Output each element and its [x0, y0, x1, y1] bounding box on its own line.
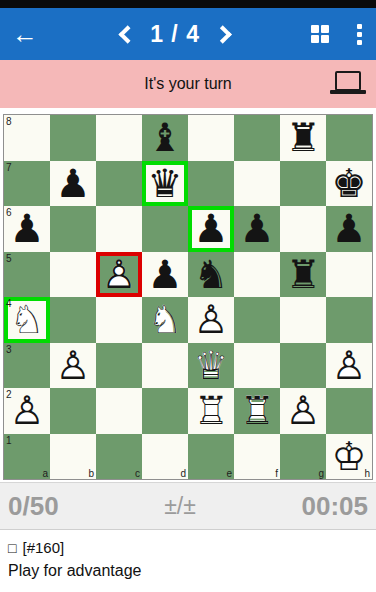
- file-label-b: b: [88, 468, 94, 479]
- computer-opponent-icon: [330, 71, 366, 97]
- square-c2[interactable]: [96, 388, 142, 434]
- black-pawn: ♟: [188, 206, 234, 252]
- square-h4[interactable]: [326, 297, 372, 343]
- grid-view-icon[interactable]: [311, 25, 329, 43]
- file-label-a: a: [42, 468, 48, 479]
- chess-board: 8♝♜7♟♛♚6♟♟♟♟5♟♙♟♞♜4♞♘♞♘♟♙3♟♙♛♕♟♙2♟♙♜♖♜♖♟…: [3, 114, 373, 480]
- square-c6[interactable]: [96, 206, 142, 252]
- black-queen: ♛: [142, 161, 188, 207]
- back-button[interactable]: ←: [12, 21, 52, 47]
- task-id-line: □ [#160]: [8, 539, 368, 556]
- white-pawn: ♟♙: [96, 252, 142, 298]
- square-b4[interactable]: [50, 297, 96, 343]
- square-e4[interactable]: ♟♙: [188, 297, 234, 343]
- app-bar-actions: [311, 22, 364, 47]
- square-a4[interactable]: 4♞♘: [4, 297, 50, 343]
- square-h6[interactable]: ♟: [326, 206, 372, 252]
- white-queen: ♛♕: [188, 343, 234, 389]
- square-a3[interactable]: 3: [4, 343, 50, 389]
- rank-label-6: 6: [6, 207, 12, 218]
- square-h3[interactable]: ♟♙: [326, 343, 372, 389]
- task-info: □ [#160] Play for advantage: [0, 530, 376, 580]
- file-label-d: d: [180, 468, 186, 479]
- square-g1[interactable]: g: [280, 434, 326, 480]
- square-e8[interactable]: [188, 115, 234, 161]
- rank-label-4: 4: [6, 298, 12, 309]
- previous-puzzle-icon[interactable]: [118, 25, 136, 43]
- square-d5[interactable]: ♟: [142, 252, 188, 298]
- rank-label-7: 7: [6, 162, 12, 173]
- turn-banner: It's your turn: [0, 60, 376, 108]
- square-e6[interactable]: ♟: [188, 206, 234, 252]
- puzzle-pager: 1 / 4: [121, 8, 229, 60]
- black-rook: ♜: [280, 115, 326, 161]
- task-description: Play for advantage: [8, 562, 368, 580]
- app-screen: ← 1 / 4 It's your turn 8♝♜7♟♛♚6♟♟♟♟5♟♙♟♞…: [0, 0, 376, 592]
- white-rook: ♜♖: [234, 388, 280, 434]
- square-g2[interactable]: ♟♙: [280, 388, 326, 434]
- board-area: 8♝♜7♟♛♚6♟♟♟♟5♟♙♟♞♜4♞♘♞♘♟♙3♟♙♛♕♟♙2♟♙♜♖♜♖♟…: [0, 108, 376, 482]
- square-a1[interactable]: 1a: [4, 434, 50, 480]
- square-a8[interactable]: 8: [4, 115, 50, 161]
- overflow-menu-icon[interactable]: [355, 22, 364, 47]
- square-h2[interactable]: [326, 388, 372, 434]
- black-knight: ♞: [188, 252, 234, 298]
- square-f3[interactable]: [234, 343, 280, 389]
- square-d8[interactable]: ♝: [142, 115, 188, 161]
- square-g5[interactable]: ♜: [280, 252, 326, 298]
- rank-label-3: 3: [6, 344, 12, 355]
- square-c5[interactable]: ♟♙: [96, 252, 142, 298]
- square-c7[interactable]: [96, 161, 142, 207]
- square-b7[interactable]: ♟: [50, 161, 96, 207]
- square-f2[interactable]: ♜♖: [234, 388, 280, 434]
- black-king: ♚: [326, 161, 372, 207]
- square-a2[interactable]: 2♟♙: [4, 388, 50, 434]
- square-h8[interactable]: [326, 115, 372, 161]
- square-g8[interactable]: ♜: [280, 115, 326, 161]
- square-d2[interactable]: [142, 388, 188, 434]
- evaluation-label: ±/±: [164, 493, 196, 520]
- black-pawn: ♟: [326, 206, 372, 252]
- turn-banner-text: It's your turn: [144, 75, 232, 93]
- rank-label-8: 8: [6, 116, 12, 127]
- file-label-f: f: [275, 468, 278, 479]
- square-h5[interactable]: [326, 252, 372, 298]
- task-id: [#160]: [22, 539, 64, 556]
- black-bishop: ♝: [142, 115, 188, 161]
- rank-label-1: 1: [6, 435, 12, 446]
- square-b1[interactable]: b: [50, 434, 96, 480]
- file-label-e: e: [226, 468, 232, 479]
- square-h1[interactable]: h♚♔: [326, 434, 372, 480]
- square-e1[interactable]: e: [188, 434, 234, 480]
- phone-status-bar: [0, 0, 376, 8]
- file-label-g: g: [318, 468, 324, 479]
- square-b6[interactable]: [50, 206, 96, 252]
- square-d6[interactable]: [142, 206, 188, 252]
- white-pawn: ♟♙: [326, 343, 372, 389]
- stats-bar: 0/50 ±/± 00:05: [0, 482, 376, 530]
- black-rook: ♜: [280, 252, 326, 298]
- square-d3[interactable]: [142, 343, 188, 389]
- result-checkbox-icon: □: [8, 541, 16, 555]
- square-b8[interactable]: [50, 115, 96, 161]
- page-indicator: 1 / 4: [150, 21, 200, 48]
- file-label-h: h: [364, 468, 370, 479]
- square-e5[interactable]: ♞: [188, 252, 234, 298]
- square-e2[interactable]: ♜♖: [188, 388, 234, 434]
- square-h7[interactable]: ♚: [326, 161, 372, 207]
- white-pawn: ♟♙: [280, 388, 326, 434]
- square-g7[interactable]: [280, 161, 326, 207]
- square-g6[interactable]: [280, 206, 326, 252]
- square-b3[interactable]: ♟♙: [50, 343, 96, 389]
- square-g3[interactable]: [280, 343, 326, 389]
- rank-label-5: 5: [6, 253, 12, 264]
- square-a5[interactable]: 5: [4, 252, 50, 298]
- square-e3[interactable]: ♛♕: [188, 343, 234, 389]
- black-pawn: ♟: [142, 252, 188, 298]
- square-b2[interactable]: [50, 388, 96, 434]
- square-a7[interactable]: 7: [4, 161, 50, 207]
- square-f1[interactable]: f: [234, 434, 280, 480]
- white-rook: ♜♖: [188, 388, 234, 434]
- square-f8[interactable]: [234, 115, 280, 161]
- white-knight: ♞♘: [142, 297, 188, 343]
- black-pawn: ♟: [234, 206, 280, 252]
- square-d1[interactable]: d: [142, 434, 188, 480]
- square-c1[interactable]: c: [96, 434, 142, 480]
- square-b5[interactable]: [50, 252, 96, 298]
- square-e7[interactable]: [188, 161, 234, 207]
- white-pawn: ♟♙: [50, 343, 96, 389]
- file-label-c: c: [135, 468, 140, 479]
- clock: 00:05: [302, 491, 369, 522]
- square-f7[interactable]: [234, 161, 280, 207]
- square-c4[interactable]: [96, 297, 142, 343]
- black-pawn: ♟: [50, 161, 96, 207]
- app-bar: ← 1 / 4: [0, 8, 376, 60]
- square-a6[interactable]: 6♟: [4, 206, 50, 252]
- square-c8[interactable]: [96, 115, 142, 161]
- square-d7[interactable]: ♛: [142, 161, 188, 207]
- score-counter: 0/50: [8, 491, 59, 522]
- square-d4[interactable]: ♞♘: [142, 297, 188, 343]
- square-f5[interactable]: [234, 252, 280, 298]
- square-c3[interactable]: [96, 343, 142, 389]
- square-f6[interactable]: ♟: [234, 206, 280, 252]
- rank-label-2: 2: [6, 389, 12, 400]
- square-g4[interactable]: [280, 297, 326, 343]
- white-pawn: ♟♙: [188, 297, 234, 343]
- next-puzzle-icon[interactable]: [213, 25, 231, 43]
- square-f4[interactable]: [234, 297, 280, 343]
